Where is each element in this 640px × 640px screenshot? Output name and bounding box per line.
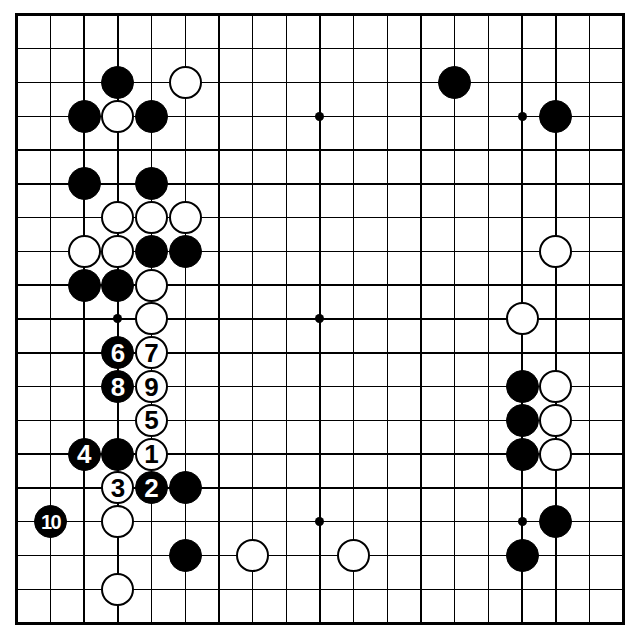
black-stone[interactable] <box>135 167 168 200</box>
intersection[interactable] <box>505 471 539 505</box>
intersection[interactable] <box>168 471 202 505</box>
intersection[interactable] <box>34 133 68 167</box>
intersection[interactable] <box>67 370 101 404</box>
intersection[interactable]: 7 <box>135 336 169 370</box>
intersection[interactable] <box>505 201 539 235</box>
intersection[interactable] <box>67 539 101 573</box>
intersection[interactable] <box>168 99 202 133</box>
intersection[interactable] <box>269 539 303 573</box>
intersection[interactable] <box>337 201 371 235</box>
intersection[interactable] <box>472 505 506 539</box>
intersection[interactable] <box>337 268 371 302</box>
intersection[interactable] <box>404 99 438 133</box>
intersection[interactable] <box>505 572 539 606</box>
intersection[interactable] <box>34 66 68 100</box>
intersection[interactable] <box>539 539 573 573</box>
intersection[interactable] <box>472 403 506 437</box>
intersection[interactable] <box>404 505 438 539</box>
intersection[interactable]: 10 <box>34 505 68 539</box>
intersection[interactable] <box>573 32 607 66</box>
intersection[interactable] <box>0 370 34 404</box>
intersection[interactable] <box>573 437 607 471</box>
intersection[interactable] <box>573 133 607 167</box>
intersection[interactable] <box>472 66 506 100</box>
intersection[interactable] <box>606 66 640 100</box>
intersection[interactable] <box>101 133 135 167</box>
intersection[interactable] <box>202 201 236 235</box>
intersection[interactable] <box>505 167 539 201</box>
intersection[interactable] <box>404 32 438 66</box>
intersection[interactable] <box>101 32 135 66</box>
intersection[interactable] <box>573 201 607 235</box>
intersection[interactable] <box>0 302 34 336</box>
intersection[interactable] <box>135 572 169 606</box>
intersection[interactable] <box>539 471 573 505</box>
intersection[interactable] <box>303 133 337 167</box>
intersection[interactable] <box>337 505 371 539</box>
intersection[interactable] <box>438 235 472 269</box>
intersection[interactable] <box>404 302 438 336</box>
intersection[interactable] <box>202 235 236 269</box>
intersection[interactable] <box>337 32 371 66</box>
intersection[interactable] <box>236 437 270 471</box>
intersection[interactable] <box>404 471 438 505</box>
white-stone[interactable] <box>68 235 101 268</box>
intersection[interactable] <box>236 302 270 336</box>
intersection[interactable] <box>371 471 405 505</box>
intersection[interactable] <box>202 167 236 201</box>
intersection[interactable] <box>573 471 607 505</box>
intersection[interactable] <box>202 302 236 336</box>
intersection[interactable] <box>404 403 438 437</box>
intersection[interactable] <box>34 539 68 573</box>
intersection[interactable] <box>337 336 371 370</box>
intersection[interactable] <box>101 539 135 573</box>
intersection[interactable] <box>101 201 135 235</box>
white-stone[interactable] <box>135 269 168 302</box>
intersection[interactable] <box>269 235 303 269</box>
intersection[interactable] <box>236 606 270 640</box>
intersection[interactable] <box>202 32 236 66</box>
intersection[interactable] <box>303 370 337 404</box>
intersection[interactable] <box>404 539 438 573</box>
intersection[interactable] <box>606 201 640 235</box>
intersection[interactable] <box>67 167 101 201</box>
intersection[interactable] <box>135 0 169 32</box>
intersection[interactable] <box>404 268 438 302</box>
intersection[interactable] <box>505 606 539 640</box>
intersection[interactable] <box>135 66 169 100</box>
intersection[interactable] <box>135 32 169 66</box>
intersection[interactable] <box>135 99 169 133</box>
intersection[interactable] <box>101 505 135 539</box>
intersection[interactable] <box>573 370 607 404</box>
intersection[interactable] <box>337 437 371 471</box>
black-stone[interactable] <box>169 235 202 268</box>
intersection[interactable] <box>202 268 236 302</box>
intersection[interactable] <box>438 268 472 302</box>
intersection[interactable] <box>505 235 539 269</box>
intersection[interactable] <box>303 32 337 66</box>
intersection[interactable] <box>236 268 270 302</box>
white-stone[interactable] <box>101 201 134 234</box>
intersection[interactable] <box>573 539 607 573</box>
intersection[interactable] <box>303 572 337 606</box>
intersection[interactable] <box>438 167 472 201</box>
intersection[interactable] <box>472 437 506 471</box>
intersection[interactable] <box>303 302 337 336</box>
black-stone-move-4[interactable]: 4 <box>68 438 101 471</box>
intersection[interactable] <box>371 403 405 437</box>
intersection[interactable] <box>101 302 135 336</box>
intersection[interactable] <box>67 606 101 640</box>
intersection[interactable] <box>472 99 506 133</box>
white-stone-move-3[interactable]: 3 <box>101 471 134 504</box>
intersection[interactable] <box>0 539 34 573</box>
intersection[interactable] <box>337 133 371 167</box>
intersection[interactable] <box>34 403 68 437</box>
intersection[interactable] <box>0 336 34 370</box>
intersection[interactable] <box>269 201 303 235</box>
intersection[interactable] <box>101 403 135 437</box>
intersection[interactable] <box>236 539 270 573</box>
intersection[interactable] <box>202 0 236 32</box>
intersection[interactable] <box>202 99 236 133</box>
intersection[interactable]: 8 <box>101 370 135 404</box>
intersection[interactable] <box>303 268 337 302</box>
intersection[interactable] <box>371 167 405 201</box>
intersection[interactable] <box>505 370 539 404</box>
intersection[interactable] <box>505 99 539 133</box>
intersection[interactable] <box>135 201 169 235</box>
intersection[interactable] <box>371 32 405 66</box>
black-stone[interactable] <box>169 471 202 504</box>
intersection[interactable] <box>303 336 337 370</box>
intersection[interactable] <box>573 167 607 201</box>
intersection[interactable] <box>337 0 371 32</box>
intersection[interactable] <box>438 539 472 573</box>
intersection[interactable] <box>606 235 640 269</box>
intersection[interactable] <box>573 572 607 606</box>
intersection[interactable] <box>135 167 169 201</box>
intersection[interactable] <box>573 0 607 32</box>
intersection[interactable] <box>67 505 101 539</box>
intersection[interactable] <box>472 133 506 167</box>
intersection[interactable] <box>337 539 371 573</box>
intersection[interactable] <box>34 0 68 32</box>
intersection[interactable] <box>539 336 573 370</box>
intersection[interactable] <box>438 471 472 505</box>
intersection[interactable] <box>505 133 539 167</box>
intersection[interactable] <box>0 403 34 437</box>
intersection[interactable] <box>539 99 573 133</box>
intersection[interactable] <box>573 99 607 133</box>
black-stone[interactable] <box>438 66 471 99</box>
intersection[interactable] <box>34 99 68 133</box>
black-stone[interactable] <box>68 100 101 133</box>
intersection[interactable] <box>505 302 539 336</box>
intersection[interactable] <box>573 403 607 437</box>
intersection[interactable] <box>371 133 405 167</box>
intersection[interactable] <box>303 539 337 573</box>
intersection[interactable]: 4 <box>67 437 101 471</box>
intersection[interactable] <box>101 437 135 471</box>
intersection[interactable] <box>404 572 438 606</box>
intersection[interactable] <box>236 0 270 32</box>
intersection[interactable] <box>337 370 371 404</box>
intersection[interactable] <box>34 201 68 235</box>
black-stone-move-8[interactable]: 8 <box>101 370 134 403</box>
intersection[interactable] <box>539 437 573 471</box>
intersection[interactable] <box>371 505 405 539</box>
intersection[interactable] <box>202 437 236 471</box>
intersection[interactable] <box>168 437 202 471</box>
intersection[interactable] <box>606 268 640 302</box>
intersection[interactable] <box>438 32 472 66</box>
intersection[interactable] <box>606 437 640 471</box>
intersection[interactable] <box>472 572 506 606</box>
intersection[interactable] <box>303 99 337 133</box>
intersection[interactable] <box>269 336 303 370</box>
intersection[interactable] <box>404 0 438 32</box>
black-stone[interactable] <box>101 438 134 471</box>
intersection[interactable] <box>236 99 270 133</box>
intersection[interactable] <box>404 336 438 370</box>
intersection[interactable] <box>303 505 337 539</box>
intersection[interactable] <box>34 235 68 269</box>
intersection[interactable] <box>539 302 573 336</box>
intersection[interactable] <box>0 0 34 32</box>
intersection[interactable] <box>539 167 573 201</box>
intersection[interactable] <box>303 471 337 505</box>
black-stone[interactable] <box>506 370 539 403</box>
intersection[interactable] <box>101 268 135 302</box>
intersection[interactable] <box>67 403 101 437</box>
black-stone[interactable] <box>539 505 572 538</box>
intersection[interactable] <box>236 505 270 539</box>
intersection[interactable] <box>101 235 135 269</box>
intersection[interactable] <box>236 133 270 167</box>
black-stone-move-6[interactable]: 6 <box>101 336 134 369</box>
intersection[interactable] <box>573 606 607 640</box>
intersection[interactable] <box>472 201 506 235</box>
intersection[interactable] <box>236 370 270 404</box>
intersection[interactable] <box>168 539 202 573</box>
intersection[interactable] <box>168 572 202 606</box>
intersection[interactable] <box>472 336 506 370</box>
intersection[interactable] <box>505 437 539 471</box>
intersection[interactable] <box>371 0 405 32</box>
intersection[interactable] <box>0 235 34 269</box>
intersection[interactable] <box>269 437 303 471</box>
intersection[interactable] <box>34 370 68 404</box>
intersection[interactable] <box>0 99 34 133</box>
intersection[interactable] <box>135 133 169 167</box>
intersection[interactable] <box>404 437 438 471</box>
intersection[interactable] <box>539 606 573 640</box>
intersection[interactable] <box>337 99 371 133</box>
intersection[interactable] <box>67 235 101 269</box>
intersection[interactable] <box>0 167 34 201</box>
intersection[interactable] <box>67 133 101 167</box>
intersection[interactable] <box>168 201 202 235</box>
intersection[interactable] <box>135 539 169 573</box>
intersection[interactable] <box>303 437 337 471</box>
white-stone-move-5[interactable]: 5 <box>135 404 168 437</box>
intersection[interactable] <box>606 167 640 201</box>
intersection[interactable] <box>606 606 640 640</box>
black-stone[interactable] <box>101 269 134 302</box>
intersection[interactable] <box>371 66 405 100</box>
intersection[interactable] <box>34 606 68 640</box>
intersection[interactable] <box>269 0 303 32</box>
intersection[interactable] <box>303 201 337 235</box>
white-stone[interactable] <box>101 235 134 268</box>
white-stone[interactable] <box>236 539 269 572</box>
intersection[interactable] <box>337 471 371 505</box>
intersection[interactable] <box>606 572 640 606</box>
intersection[interactable] <box>135 302 169 336</box>
intersection[interactable] <box>269 268 303 302</box>
intersection[interactable] <box>438 201 472 235</box>
white-stone[interactable] <box>101 505 134 538</box>
black-stone[interactable] <box>506 539 539 572</box>
white-stone[interactable] <box>539 370 572 403</box>
intersection[interactable] <box>269 505 303 539</box>
intersection[interactable] <box>0 32 34 66</box>
intersection[interactable] <box>236 471 270 505</box>
intersection[interactable] <box>67 336 101 370</box>
intersection[interactable] <box>404 606 438 640</box>
intersection[interactable] <box>438 302 472 336</box>
intersection[interactable] <box>337 572 371 606</box>
black-stone[interactable] <box>506 438 539 471</box>
intersection[interactable] <box>135 505 169 539</box>
intersection[interactable] <box>539 133 573 167</box>
intersection[interactable] <box>337 403 371 437</box>
white-stone[interactable] <box>101 100 134 133</box>
intersection[interactable] <box>135 606 169 640</box>
black-stone[interactable] <box>135 235 168 268</box>
intersection[interactable] <box>168 606 202 640</box>
intersection[interactable] <box>472 235 506 269</box>
intersection[interactable] <box>573 302 607 336</box>
intersection[interactable] <box>404 370 438 404</box>
intersection[interactable] <box>67 201 101 235</box>
intersection[interactable] <box>0 572 34 606</box>
intersection[interactable] <box>606 0 640 32</box>
black-stone-move-10[interactable]: 10 <box>34 505 67 538</box>
intersection[interactable] <box>505 403 539 437</box>
intersection[interactable] <box>202 336 236 370</box>
intersection[interactable]: 3 <box>101 471 135 505</box>
intersection[interactable] <box>236 336 270 370</box>
white-stone[interactable] <box>539 235 572 268</box>
black-stone[interactable] <box>135 100 168 133</box>
intersection[interactable] <box>505 66 539 100</box>
intersection[interactable] <box>101 99 135 133</box>
intersection[interactable] <box>202 370 236 404</box>
intersection[interactable] <box>34 268 68 302</box>
intersection[interactable] <box>573 336 607 370</box>
white-stone-move-7[interactable]: 7 <box>135 336 168 369</box>
intersection[interactable] <box>34 471 68 505</box>
intersection[interactable] <box>438 370 472 404</box>
intersection[interactable] <box>0 133 34 167</box>
intersection[interactable] <box>202 66 236 100</box>
black-stone[interactable] <box>68 269 101 302</box>
intersection[interactable] <box>101 572 135 606</box>
intersection[interactable] <box>269 66 303 100</box>
intersection[interactable] <box>404 133 438 167</box>
intersection[interactable] <box>438 133 472 167</box>
white-stone[interactable] <box>539 404 572 437</box>
intersection[interactable] <box>0 66 34 100</box>
intersection[interactable] <box>269 606 303 640</box>
intersection[interactable] <box>236 201 270 235</box>
intersection[interactable] <box>168 32 202 66</box>
intersection[interactable] <box>67 572 101 606</box>
intersection[interactable] <box>472 606 506 640</box>
intersection[interactable] <box>0 437 34 471</box>
intersection[interactable] <box>371 201 405 235</box>
intersection[interactable] <box>168 268 202 302</box>
intersection[interactable] <box>505 268 539 302</box>
intersection[interactable] <box>606 133 640 167</box>
intersection[interactable] <box>472 167 506 201</box>
black-stone-move-2[interactable]: 2 <box>135 471 168 504</box>
black-stone[interactable] <box>169 539 202 572</box>
white-stone[interactable] <box>169 201 202 234</box>
intersection[interactable] <box>0 268 34 302</box>
intersection[interactable]: 9 <box>135 370 169 404</box>
intersection[interactable] <box>269 370 303 404</box>
white-stone-move-1[interactable]: 1 <box>135 438 168 471</box>
intersection[interactable] <box>67 66 101 100</box>
intersection[interactable] <box>404 235 438 269</box>
intersection[interactable] <box>34 167 68 201</box>
intersection[interactable] <box>371 302 405 336</box>
intersection[interactable] <box>371 99 405 133</box>
black-stone[interactable] <box>506 404 539 437</box>
intersection[interactable] <box>539 32 573 66</box>
intersection[interactable] <box>539 572 573 606</box>
intersection[interactable] <box>236 403 270 437</box>
intersection[interactable] <box>438 403 472 437</box>
intersection[interactable] <box>438 99 472 133</box>
white-stone[interactable] <box>101 573 134 606</box>
intersection[interactable] <box>269 167 303 201</box>
intersection[interactable] <box>303 0 337 32</box>
intersection[interactable] <box>539 235 573 269</box>
intersection[interactable]: 5 <box>135 403 169 437</box>
intersection[interactable] <box>505 32 539 66</box>
intersection[interactable] <box>539 201 573 235</box>
intersection[interactable] <box>505 0 539 32</box>
intersection[interactable] <box>606 505 640 539</box>
intersection[interactable] <box>472 32 506 66</box>
intersection[interactable] <box>101 0 135 32</box>
intersection[interactable] <box>0 201 34 235</box>
intersection[interactable] <box>438 606 472 640</box>
white-stone[interactable] <box>337 539 370 572</box>
intersection[interactable] <box>371 235 405 269</box>
intersection[interactable] <box>101 606 135 640</box>
intersection[interactable] <box>505 505 539 539</box>
intersection[interactable] <box>539 66 573 100</box>
intersection[interactable] <box>371 370 405 404</box>
intersection[interactable] <box>67 302 101 336</box>
